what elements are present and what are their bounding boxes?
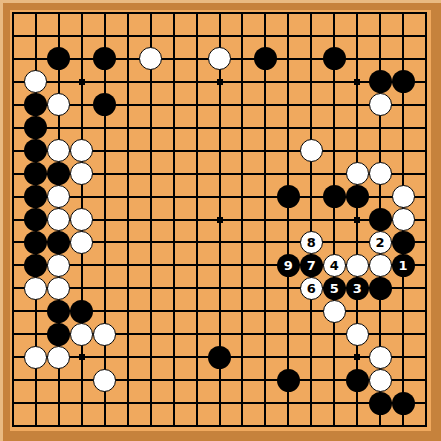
grid-line-vertical <box>264 12 266 427</box>
white-stone[interactable] <box>346 323 369 346</box>
star-point <box>217 79 223 85</box>
black-stone-move-1[interactable]: 1 <box>392 254 415 277</box>
white-stone[interactable] <box>24 277 47 300</box>
black-stone[interactable] <box>24 208 47 231</box>
grid-line-vertical <box>333 12 335 427</box>
black-stone[interactable] <box>47 47 70 70</box>
white-stone-move-4[interactable]: 4 <box>323 254 346 277</box>
white-stone[interactable] <box>47 277 70 300</box>
star-point <box>354 354 360 360</box>
black-stone[interactable] <box>47 300 70 323</box>
black-stone[interactable] <box>93 93 116 116</box>
black-stone[interactable] <box>277 369 300 392</box>
white-stone[interactable] <box>369 162 392 185</box>
white-stone[interactable] <box>47 93 70 116</box>
white-stone-move-2[interactable]: 2 <box>369 231 392 254</box>
white-stone[interactable] <box>369 369 392 392</box>
black-stone[interactable] <box>47 162 70 185</box>
white-stone[interactable] <box>300 139 323 162</box>
white-stone[interactable] <box>346 162 369 185</box>
black-stone[interactable] <box>369 277 392 300</box>
star-point <box>354 79 360 85</box>
black-stone[interactable] <box>47 231 70 254</box>
white-stone[interactable] <box>369 346 392 369</box>
black-stone[interactable] <box>323 185 346 208</box>
black-stone[interactable] <box>392 231 415 254</box>
white-stone[interactable] <box>24 346 47 369</box>
black-stone[interactable] <box>24 231 47 254</box>
white-stone[interactable] <box>47 208 70 231</box>
white-stone[interactable] <box>93 369 116 392</box>
black-stone[interactable] <box>24 139 47 162</box>
black-stone[interactable] <box>254 47 277 70</box>
black-stone[interactable] <box>346 185 369 208</box>
white-stone[interactable] <box>323 300 346 323</box>
white-stone-move-6[interactable]: 6 <box>300 277 323 300</box>
go-board[interactable]: 829741653 <box>0 0 441 441</box>
black-stone[interactable] <box>392 392 415 415</box>
black-stone[interactable] <box>208 346 231 369</box>
black-stone[interactable] <box>70 300 93 323</box>
white-stone[interactable] <box>139 47 162 70</box>
star-point <box>79 79 85 85</box>
grid-line-vertical <box>287 12 289 427</box>
black-stone-move-9[interactable]: 9 <box>277 254 300 277</box>
white-stone[interactable] <box>392 185 415 208</box>
white-stone[interactable] <box>369 93 392 116</box>
white-stone[interactable] <box>70 162 93 185</box>
grid-line-vertical <box>310 12 312 427</box>
white-stone[interactable] <box>346 254 369 277</box>
black-stone[interactable] <box>93 47 116 70</box>
white-stone[interactable] <box>47 185 70 208</box>
black-stone[interactable] <box>47 323 70 346</box>
black-stone[interactable] <box>369 70 392 93</box>
white-stone[interactable] <box>24 70 47 93</box>
white-stone[interactable] <box>70 323 93 346</box>
white-stone[interactable] <box>70 208 93 231</box>
white-stone[interactable] <box>93 323 116 346</box>
white-stone-move-8[interactable]: 8 <box>300 231 323 254</box>
white-stone[interactable] <box>369 254 392 277</box>
black-stone[interactable] <box>24 254 47 277</box>
black-stone-move-3[interactable]: 3 <box>346 277 369 300</box>
black-stone[interactable] <box>346 369 369 392</box>
black-stone[interactable] <box>369 392 392 415</box>
white-stone[interactable] <box>70 139 93 162</box>
star-point <box>217 217 223 223</box>
grid-line-vertical <box>241 12 243 427</box>
black-stone-move-5[interactable]: 5 <box>323 277 346 300</box>
black-stone[interactable] <box>24 185 47 208</box>
white-stone[interactable] <box>208 47 231 70</box>
white-stone[interactable] <box>47 346 70 369</box>
grid-line-horizontal <box>12 425 427 427</box>
white-stone[interactable] <box>47 254 70 277</box>
black-stone[interactable] <box>24 93 47 116</box>
white-stone[interactable] <box>47 139 70 162</box>
grid-line-vertical <box>425 12 427 427</box>
black-stone[interactable] <box>24 162 47 185</box>
star-point <box>79 354 85 360</box>
board-surface[interactable]: 829741653 <box>10 10 431 431</box>
white-stone[interactable] <box>70 231 93 254</box>
black-stone[interactable] <box>369 208 392 231</box>
black-stone[interactable] <box>24 116 47 139</box>
black-stone[interactable] <box>277 185 300 208</box>
black-stone[interactable] <box>392 70 415 93</box>
black-stone-move-7[interactable]: 7 <box>300 254 323 277</box>
black-stone[interactable] <box>323 47 346 70</box>
grid-line-horizontal <box>12 402 427 404</box>
white-stone[interactable] <box>392 208 415 231</box>
star-point <box>354 217 360 223</box>
